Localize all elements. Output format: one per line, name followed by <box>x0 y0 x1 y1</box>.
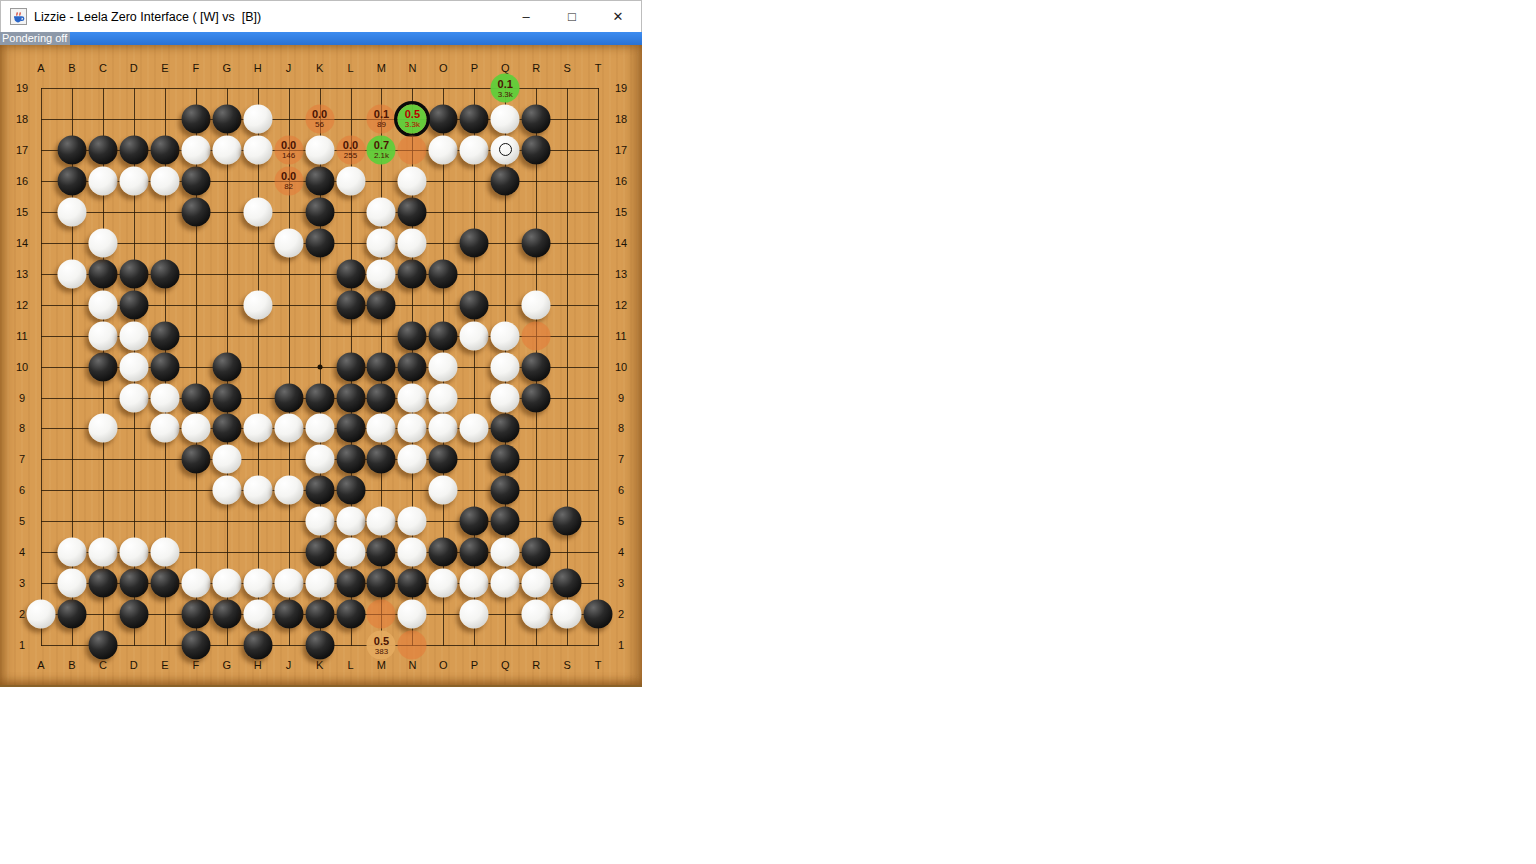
visits-label: 146 <box>282 152 295 160</box>
window-title: Lizzie - Leela Zero Interface ( [W] vs [… <box>34 10 261 24</box>
move-suggestion-M18[interactable]: 0.189 <box>367 104 396 133</box>
coord-label-top: G <box>222 62 231 74</box>
white-stone-N8[interactable] <box>398 414 427 443</box>
coord-label-left: 7 <box>19 453 25 465</box>
white-stone-Q11[interactable] <box>491 321 520 350</box>
move-suggestion-J16[interactable]: 0.082 <box>274 166 303 195</box>
black-stone-D3[interactable] <box>119 569 148 598</box>
coord-label-left: 14 <box>16 237 28 249</box>
black-stone-D17[interactable] <box>119 135 148 164</box>
coord-label-right: 7 <box>618 453 624 465</box>
black-stone-K15[interactable] <box>305 197 334 226</box>
white-stone-J14[interactable] <box>274 228 303 257</box>
move-suggestion-N18[interactable]: 0.53.3k <box>398 104 427 133</box>
black-stone-J9[interactable] <box>274 383 303 412</box>
coord-label-left: 9 <box>19 392 25 404</box>
black-stone-B2[interactable] <box>57 600 86 629</box>
coord-label-right: 1 <box>618 639 624 651</box>
white-stone-K17[interactable] <box>305 135 334 164</box>
white-stone-N14[interactable] <box>398 228 427 257</box>
move-suggestion-M2[interactable] <box>367 600 396 629</box>
coord-label-left: 16 <box>16 175 28 187</box>
black-stone-D2[interactable] <box>119 600 148 629</box>
move-suggestion-R11[interactable] <box>522 321 551 350</box>
white-stone-J6[interactable] <box>274 476 303 505</box>
black-stone-F7[interactable] <box>181 445 210 474</box>
black-stone-R10[interactable] <box>522 352 551 381</box>
black-stone-C17[interactable] <box>88 135 117 164</box>
move-suggestion-L17[interactable]: 0.0255 <box>336 135 365 164</box>
black-stone-E3[interactable] <box>150 569 179 598</box>
coord-label-bottom: C <box>99 659 107 671</box>
coord-label-left: 5 <box>19 515 25 527</box>
black-stone-K14[interactable] <box>305 228 334 257</box>
window-controls: – □ ✕ <box>503 1 641 32</box>
coord-label-right: 19 <box>615 82 627 94</box>
black-stone-G2[interactable] <box>212 600 241 629</box>
black-stone-P5[interactable] <box>460 507 489 536</box>
move-suggestion-M17[interactable]: 0.72.1k <box>367 135 396 164</box>
black-stone-M10[interactable] <box>367 352 396 381</box>
black-stone-Q7[interactable] <box>491 445 520 474</box>
winrate-label: 0.5 <box>374 635 389 646</box>
grid-line <box>567 88 568 646</box>
visits-label: 255 <box>344 152 357 160</box>
coord-label-top: H <box>254 62 262 74</box>
black-stone-L2[interactable] <box>336 600 365 629</box>
black-stone-R14[interactable] <box>522 228 551 257</box>
white-stone-Q18[interactable] <box>491 104 520 133</box>
minimize-button[interactable]: – <box>503 1 549 32</box>
white-stone-M8[interactable] <box>367 414 396 443</box>
coord-label-top: L <box>347 62 353 74</box>
coord-label-left: 8 <box>19 422 25 434</box>
black-stone-C3[interactable] <box>88 569 117 598</box>
last-move-marker <box>499 143 512 156</box>
black-stone-F9[interactable] <box>181 383 210 412</box>
black-stone-C10[interactable] <box>88 352 117 381</box>
white-stone-J3[interactable] <box>274 569 303 598</box>
black-stone-P4[interactable] <box>460 538 489 567</box>
pondering-status: Pondering off <box>0 32 70 45</box>
white-stone-B13[interactable] <box>57 259 86 288</box>
close-button[interactable]: ✕ <box>595 1 641 32</box>
white-stone-H8[interactable] <box>243 414 272 443</box>
coord-label-bottom: K <box>316 659 323 671</box>
visits-label: 383 <box>375 647 388 655</box>
java-cup-icon <box>10 8 27 25</box>
black-stone-B17[interactable] <box>57 135 86 164</box>
white-stone-H3[interactable] <box>243 569 272 598</box>
coord-label-left: 10 <box>16 361 28 373</box>
white-stone-E4[interactable] <box>150 538 179 567</box>
coord-label-bottom: G <box>222 659 231 671</box>
coord-label-bottom: S <box>563 659 570 671</box>
coord-label-bottom: O <box>439 659 448 671</box>
white-stone-P2[interactable] <box>460 600 489 629</box>
black-stone-Q6[interactable] <box>491 476 520 505</box>
black-stone-F15[interactable] <box>181 197 210 226</box>
coord-label-top: B <box>68 62 75 74</box>
white-stone-B3[interactable] <box>57 569 86 598</box>
visits-label: 2.1k <box>374 152 389 160</box>
white-stone-E8[interactable] <box>150 414 179 443</box>
white-stone-K8[interactable] <box>305 414 334 443</box>
move-suggestion-N17[interactable] <box>398 135 427 164</box>
move-suggestion-J17[interactable]: 0.0146 <box>274 135 303 164</box>
coord-label-right: 12 <box>615 299 627 311</box>
coord-label-top: D <box>130 62 138 74</box>
lizzie-window: Lizzie - Leela Zero Interface ( [W] vs [… <box>0 0 642 687</box>
white-stone-O9[interactable] <box>429 383 458 412</box>
black-stone-D13[interactable] <box>119 259 148 288</box>
coord-label-bottom: F <box>192 659 199 671</box>
white-stone-C14[interactable] <box>88 228 117 257</box>
coord-label-top: F <box>192 62 199 74</box>
coord-label-top: K <box>316 62 323 74</box>
white-stone-N5[interactable] <box>398 507 427 536</box>
black-stone-M12[interactable] <box>367 290 396 319</box>
white-stone-B15[interactable] <box>57 197 86 226</box>
white-stone-L5[interactable] <box>336 507 365 536</box>
coord-label-top: J <box>286 62 292 74</box>
black-stone-K2[interactable] <box>305 600 334 629</box>
coord-label-right: 4 <box>618 546 624 558</box>
coord-label-right: 15 <box>615 206 627 218</box>
white-stone-G17[interactable] <box>212 135 241 164</box>
coord-label-bottom: H <box>254 659 262 671</box>
white-stone-N7[interactable] <box>398 445 427 474</box>
grid-line <box>598 88 599 646</box>
white-stone-H12[interactable] <box>243 290 272 319</box>
coord-label-top: M <box>377 62 386 74</box>
white-stone-D16[interactable] <box>119 166 148 195</box>
coord-label-top: O <box>439 62 448 74</box>
coord-label-left: 2 <box>19 608 25 620</box>
black-stone-K9[interactable] <box>305 383 334 412</box>
black-stone-F2[interactable] <box>181 600 210 629</box>
coord-label-bottom: T <box>595 659 602 671</box>
black-stone-N15[interactable] <box>398 197 427 226</box>
coord-label-left: 11 <box>16 330 27 342</box>
desktop: Lizzie - Leela Zero Interface ( [W] vs [… <box>0 0 1536 864</box>
coord-label-bottom: P <box>471 659 478 671</box>
white-stone-R2[interactable] <box>522 600 551 629</box>
white-stone-K7[interactable] <box>305 445 334 474</box>
white-stone-B4[interactable] <box>57 538 86 567</box>
white-stone-J8[interactable] <box>274 414 303 443</box>
white-stone-N9[interactable] <box>398 383 427 412</box>
white-stone-D11[interactable] <box>119 321 148 350</box>
move-suggestion-N1[interactable] <box>398 631 427 660</box>
black-stone-Q16[interactable] <box>491 166 520 195</box>
go-board[interactable]: AABBCCDDEEFFGGHHJJKKLLMMNNOOPPQQRRSSTT19… <box>0 45 642 687</box>
black-stone-F1[interactable] <box>181 631 210 660</box>
black-stone-G10[interactable] <box>212 352 241 381</box>
visits-label: 82 <box>284 183 293 191</box>
coord-label-top: T <box>595 62 602 74</box>
coord-label-right: 14 <box>615 237 627 249</box>
white-stone-C4[interactable] <box>88 538 117 567</box>
white-stone-H18[interactable] <box>243 104 272 133</box>
white-stone-A2[interactable] <box>27 600 56 629</box>
coord-label-top: A <box>37 62 44 74</box>
black-stone-O4[interactable] <box>429 538 458 567</box>
coord-label-left: 3 <box>19 577 25 589</box>
black-stone-G18[interactable] <box>212 104 241 133</box>
black-stone-E10[interactable] <box>150 352 179 381</box>
white-stone-F8[interactable] <box>181 414 210 443</box>
black-stone-G9[interactable] <box>212 383 241 412</box>
black-stone-O11[interactable] <box>429 321 458 350</box>
white-stone-M5[interactable] <box>367 507 396 536</box>
coord-label-left: 4 <box>19 546 25 558</box>
white-stone-O8[interactable] <box>429 414 458 443</box>
black-stone-H1[interactable] <box>243 631 272 660</box>
black-stone-N13[interactable] <box>398 259 427 288</box>
black-stone-E17[interactable] <box>150 135 179 164</box>
white-stone-M15[interactable] <box>367 197 396 226</box>
white-stone-G6[interactable] <box>212 476 241 505</box>
black-stone-E11[interactable] <box>150 321 179 350</box>
white-stone-M13[interactable] <box>367 259 396 288</box>
move-suggestion-Q19[interactable]: 0.13.3k <box>491 74 520 103</box>
black-stone-N11[interactable] <box>398 321 427 350</box>
white-stone-M14[interactable] <box>367 228 396 257</box>
black-stone-L10[interactable] <box>336 352 365 381</box>
coord-label-left: 13 <box>16 268 28 280</box>
coord-label-right: 17 <box>615 144 627 156</box>
coord-label-right: 2 <box>618 608 624 620</box>
white-stone-Q10[interactable] <box>491 352 520 381</box>
winrate-label: 0.1 <box>374 109 389 120</box>
move-suggestion-K18[interactable]: 0.056 <box>305 104 334 133</box>
white-stone-Q9[interactable] <box>491 383 520 412</box>
black-stone-R4[interactable] <box>522 538 551 567</box>
white-stone-N4[interactable] <box>398 538 427 567</box>
white-stone-C16[interactable] <box>88 166 117 195</box>
white-stone-Q3[interactable] <box>491 569 520 598</box>
white-stone-O17[interactable] <box>429 135 458 164</box>
black-stone-D12[interactable] <box>119 290 148 319</box>
coord-label-right: 16 <box>615 175 627 187</box>
white-stone-H15[interactable] <box>243 197 272 226</box>
black-stone-T2[interactable] <box>584 600 613 629</box>
coord-label-top: S <box>563 62 570 74</box>
black-stone-N3[interactable] <box>398 569 427 598</box>
black-stone-L6[interactable] <box>336 476 365 505</box>
coord-label-right: 5 <box>618 515 624 527</box>
white-stone-L4[interactable] <box>336 538 365 567</box>
white-stone-Q4[interactable] <box>491 538 520 567</box>
black-stone-C1[interactable] <box>88 631 117 660</box>
white-stone-C11[interactable] <box>88 321 117 350</box>
black-stone-S5[interactable] <box>553 507 582 536</box>
black-stone-P18[interactable] <box>460 104 489 133</box>
white-stone-P8[interactable] <box>460 414 489 443</box>
black-stone-K4[interactable] <box>305 538 334 567</box>
black-stone-O13[interactable] <box>429 259 458 288</box>
black-stone-L8[interactable] <box>336 414 365 443</box>
white-stone-D4[interactable] <box>119 538 148 567</box>
black-stone-L9[interactable] <box>336 383 365 412</box>
visits-label: 56 <box>315 121 324 129</box>
white-stone-P11[interactable] <box>460 321 489 350</box>
coord-label-left: 18 <box>16 113 28 125</box>
white-stone-S2[interactable] <box>553 600 582 629</box>
white-stone-D9[interactable] <box>119 383 148 412</box>
winrate-label: 0.5 <box>405 109 420 120</box>
black-stone-L13[interactable] <box>336 259 365 288</box>
coord-label-bottom: B <box>68 659 75 671</box>
coord-label-right: 18 <box>615 113 627 125</box>
black-stone-Q8[interactable] <box>491 414 520 443</box>
coord-label-left: 19 <box>16 82 28 94</box>
visits-label: 3.3k <box>498 90 513 98</box>
winrate-label: 0.1 <box>498 78 513 89</box>
black-stone-K16[interactable] <box>305 166 334 195</box>
white-stone-P3[interactable] <box>460 569 489 598</box>
black-stone-P12[interactable] <box>460 290 489 319</box>
black-stone-K6[interactable] <box>305 476 334 505</box>
white-stone-O3[interactable] <box>429 569 458 598</box>
coord-label-bottom: A <box>37 659 44 671</box>
white-stone-O10[interactable] <box>429 352 458 381</box>
black-stone-L12[interactable] <box>336 290 365 319</box>
winrate-label: 0.7 <box>374 140 389 151</box>
white-stone-E9[interactable] <box>150 383 179 412</box>
coord-label-bottom: L <box>347 659 353 671</box>
black-stone-L3[interactable] <box>336 569 365 598</box>
white-stone-P17[interactable] <box>460 135 489 164</box>
coord-label-top: R <box>532 62 540 74</box>
coord-label-right: 8 <box>618 422 624 434</box>
coord-label-top: P <box>471 62 478 74</box>
black-stone-K1[interactable] <box>305 631 334 660</box>
white-stone-G3[interactable] <box>212 569 241 598</box>
white-stone-K3[interactable] <box>305 569 334 598</box>
coord-label-bottom: N <box>408 659 416 671</box>
white-stone-N2[interactable] <box>398 600 427 629</box>
coord-label-top: N <box>408 62 416 74</box>
black-stone-N10[interactable] <box>398 352 427 381</box>
white-stone-N16[interactable] <box>398 166 427 195</box>
black-stone-O18[interactable] <box>429 104 458 133</box>
white-stone-F3[interactable] <box>181 569 210 598</box>
white-stone-K5[interactable] <box>305 507 334 536</box>
black-stone-B16[interactable] <box>57 166 86 195</box>
black-stone-E13[interactable] <box>150 259 179 288</box>
white-stone-R12[interactable] <box>522 290 551 319</box>
white-stone-Q17[interactable] <box>491 135 520 164</box>
coord-label-top: E <box>161 62 168 74</box>
black-stone-P14[interactable] <box>460 228 489 257</box>
coord-label-right: 10 <box>615 361 627 373</box>
black-stone-M4[interactable] <box>367 538 396 567</box>
coord-label-bottom: J <box>286 659 292 671</box>
move-suggestion-M1[interactable]: 0.5383 <box>367 631 396 660</box>
star-point <box>317 364 322 369</box>
white-stone-L16[interactable] <box>336 166 365 195</box>
coord-label-right: 13 <box>615 268 627 280</box>
black-stone-O7[interactable] <box>429 445 458 474</box>
black-stone-L7[interactable] <box>336 445 365 474</box>
white-stone-E16[interactable] <box>150 166 179 195</box>
coord-label-top: C <box>99 62 107 74</box>
white-stone-H6[interactable] <box>243 476 272 505</box>
coord-label-top: Q <box>501 62 510 74</box>
coord-label-right: 9 <box>618 392 624 404</box>
coord-label-left: 1 <box>19 639 25 651</box>
winrate-label: 0.0 <box>312 109 327 120</box>
visits-label: 89 <box>377 121 386 129</box>
black-stone-G8[interactable] <box>212 414 241 443</box>
white-stone-C8[interactable] <box>88 414 117 443</box>
black-stone-M7[interactable] <box>367 445 396 474</box>
coord-label-left: 6 <box>19 484 25 496</box>
coord-label-left: 15 <box>16 206 28 218</box>
coord-label-right: 6 <box>618 484 624 496</box>
black-stone-F18[interactable] <box>181 104 210 133</box>
coord-label-bottom: D <box>130 659 138 671</box>
coord-label-bottom: E <box>161 659 168 671</box>
black-stone-R17[interactable] <box>522 135 551 164</box>
white-stone-R3[interactable] <box>522 569 551 598</box>
white-stone-F17[interactable] <box>181 135 210 164</box>
coord-label-bottom: R <box>532 659 540 671</box>
black-stone-R9[interactable] <box>522 383 551 412</box>
winrate-label: 0.0 <box>343 140 358 151</box>
coord-label-left: 12 <box>16 299 28 311</box>
black-stone-S3[interactable] <box>553 569 582 598</box>
winrate-label: 0.0 <box>281 140 296 151</box>
white-stone-G7[interactable] <box>212 445 241 474</box>
black-stone-F16[interactable] <box>181 166 210 195</box>
black-stone-R18[interactable] <box>522 104 551 133</box>
coord-label-bottom: Q <box>501 659 510 671</box>
white-stone-H17[interactable] <box>243 135 272 164</box>
title-bar[interactable]: Lizzie - Leela Zero Interface ( [W] vs [… <box>0 0 642 32</box>
white-stone-O6[interactable] <box>429 476 458 505</box>
black-stone-Q5[interactable] <box>491 507 520 536</box>
maximize-button[interactable]: □ <box>549 1 595 32</box>
coord-label-right: 3 <box>618 577 624 589</box>
coord-label-bottom: M <box>377 659 386 671</box>
white-stone-D10[interactable] <box>119 352 148 381</box>
black-stone-M3[interactable] <box>367 569 396 598</box>
black-stone-J2[interactable] <box>274 600 303 629</box>
status-bar: Pondering off <box>0 32 642 45</box>
white-stone-H2[interactable] <box>243 600 272 629</box>
winrate-label: 0.0 <box>281 171 296 182</box>
black-stone-M9[interactable] <box>367 383 396 412</box>
visits-label: 3.3k <box>405 121 420 129</box>
black-stone-C13[interactable] <box>88 259 117 288</box>
white-stone-C12[interactable] <box>88 290 117 319</box>
coord-label-right: 11 <box>615 330 626 342</box>
coord-label-left: 17 <box>16 144 28 156</box>
